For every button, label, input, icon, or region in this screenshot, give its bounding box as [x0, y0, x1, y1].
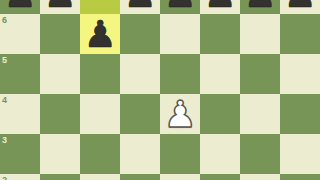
chess-board: 87♟♟♟♟♟♟♟6♟54♟321 — [0, 0, 320, 180]
square-a6[interactable]: 6 — [0, 14, 40, 54]
square-d5[interactable] — [120, 54, 160, 94]
square-e6[interactable] — [160, 14, 200, 54]
square-c7[interactable] — [80, 0, 120, 14]
board-viewport: 87♟♟♟♟♟♟♟6♟54♟321 — [0, 0, 320, 180]
square-c4[interactable] — [80, 94, 120, 134]
square-g6[interactable] — [240, 14, 280, 54]
square-c5[interactable] — [80, 54, 120, 94]
square-h3[interactable] — [280, 134, 320, 174]
square-b2[interactable] — [40, 174, 80, 180]
square-f3[interactable] — [200, 134, 240, 174]
rank-label-5: 5 — [2, 55, 7, 65]
black-pawn-icon[interactable]: ♟ — [120, 0, 160, 15]
square-g4[interactable] — [240, 94, 280, 134]
black-pawn-icon[interactable]: ♟ — [160, 0, 200, 15]
square-f2[interactable] — [200, 174, 240, 180]
square-h4[interactable] — [280, 94, 320, 134]
square-h2[interactable] — [280, 174, 320, 180]
square-c6[interactable]: ♟ — [80, 14, 120, 54]
square-f6[interactable] — [200, 14, 240, 54]
square-b7[interactable]: ♟ — [40, 0, 80, 14]
square-e4[interactable]: ♟ — [160, 94, 200, 134]
black-pawn-icon[interactable]: ♟ — [200, 0, 240, 15]
square-b6[interactable] — [40, 14, 80, 54]
black-pawn-icon[interactable]: ♟ — [40, 0, 80, 15]
black-pawn-icon[interactable]: ♟ — [0, 0, 40, 15]
square-h6[interactable] — [280, 14, 320, 54]
rank-label-3: 3 — [2, 135, 7, 145]
square-e7[interactable]: ♟ — [160, 0, 200, 14]
square-a3[interactable]: 3 — [0, 134, 40, 174]
square-g7[interactable]: ♟ — [240, 0, 280, 14]
square-b4[interactable] — [40, 94, 80, 134]
square-f7[interactable]: ♟ — [200, 0, 240, 14]
square-a5[interactable]: 5 — [0, 54, 40, 94]
square-g2[interactable] — [240, 174, 280, 180]
square-e2[interactable] — [160, 174, 200, 180]
square-h5[interactable] — [280, 54, 320, 94]
square-b5[interactable] — [40, 54, 80, 94]
square-a7[interactable]: 7♟ — [0, 0, 40, 14]
square-d4[interactable] — [120, 94, 160, 134]
square-h7[interactable]: ♟ — [280, 0, 320, 14]
square-d2[interactable] — [120, 174, 160, 180]
rank-label-2: 2 — [2, 175, 7, 180]
square-d6[interactable] — [120, 14, 160, 54]
square-d7[interactable]: ♟ — [120, 0, 160, 14]
rank-label-4: 4 — [2, 95, 7, 105]
square-c3[interactable] — [80, 134, 120, 174]
square-e3[interactable] — [160, 134, 200, 174]
square-c2[interactable] — [80, 174, 120, 180]
black-pawn-icon[interactable]: ♟ — [280, 0, 320, 15]
square-a4[interactable]: 4 — [0, 94, 40, 134]
square-a2[interactable]: 2 — [0, 174, 40, 180]
square-g5[interactable] — [240, 54, 280, 94]
square-d3[interactable] — [120, 134, 160, 174]
square-g3[interactable] — [240, 134, 280, 174]
square-f4[interactable] — [200, 94, 240, 134]
square-f5[interactable] — [200, 54, 240, 94]
square-e5[interactable] — [160, 54, 200, 94]
rank-label-6: 6 — [2, 15, 7, 25]
white-pawn-icon[interactable]: ♟ — [160, 95, 200, 135]
square-b3[interactable] — [40, 134, 80, 174]
black-pawn-icon[interactable]: ♟ — [80, 15, 120, 55]
black-pawn-icon[interactable]: ♟ — [240, 0, 280, 15]
